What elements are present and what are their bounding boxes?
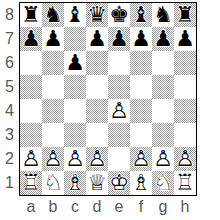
square-f6[interactable] — [130, 51, 152, 75]
file-label-c: c — [64, 198, 86, 216]
square-c5[interactable] — [64, 75, 86, 99]
square-a4[interactable] — [20, 99, 42, 123]
square-h5[interactable] — [174, 75, 196, 99]
square-g1[interactable]: ♞♘ — [152, 171, 174, 195]
square-h2[interactable]: ♟♙ — [174, 147, 196, 171]
white-bishop: ♝♗ — [65, 172, 85, 194]
rank-label-1: 1 — [0, 171, 17, 195]
square-e6[interactable] — [108, 51, 130, 75]
square-f2[interactable]: ♟♙ — [130, 147, 152, 171]
square-c7[interactable] — [64, 27, 86, 51]
black-king: ♚ — [109, 4, 129, 26]
square-f5[interactable] — [130, 75, 152, 99]
square-h8[interactable]: ♜ — [174, 3, 196, 27]
rank-labels: 87654321 — [0, 3, 17, 195]
white-rook: ♜♖ — [21, 172, 41, 194]
square-g8[interactable]: ♞ — [152, 3, 174, 27]
rank-label-4: 4 — [0, 99, 17, 123]
chess-board-diagram: 87654321 ♜♞♝♛♚♝♞♜♟♟♟♟♟♟♟♟♟♙♟♙♟♙♟♙♟♙♟♙♟♙♟… — [0, 0, 220, 220]
file-label-f: f — [130, 198, 152, 216]
square-b6[interactable] — [42, 51, 64, 75]
square-b1[interactable]: ♞♘ — [42, 171, 64, 195]
square-d8[interactable]: ♛ — [86, 3, 108, 27]
square-h4[interactable] — [174, 99, 196, 123]
square-d5[interactable] — [86, 75, 108, 99]
square-c2[interactable]: ♟♙ — [64, 147, 86, 171]
square-f1[interactable]: ♝♗ — [130, 171, 152, 195]
rank-label-7: 7 — [0, 27, 17, 51]
square-f3[interactable] — [130, 123, 152, 147]
square-f8[interactable]: ♝ — [130, 3, 152, 27]
rank-label-3: 3 — [0, 123, 17, 147]
white-queen: ♛♕ — [87, 172, 107, 194]
white-knight: ♞♘ — [153, 172, 173, 194]
square-b2[interactable]: ♟♙ — [42, 147, 64, 171]
white-pawn: ♟♙ — [131, 148, 151, 170]
black-pawn: ♟ — [109, 28, 129, 50]
rank-label-2: 2 — [0, 147, 17, 171]
white-pawn: ♟♙ — [43, 148, 63, 170]
file-label-d: d — [86, 198, 108, 216]
square-a3[interactable] — [20, 123, 42, 147]
square-a8[interactable]: ♜ — [20, 3, 42, 27]
black-queen: ♛ — [87, 4, 107, 26]
square-b8[interactable]: ♞ — [42, 3, 64, 27]
square-f4[interactable] — [130, 99, 152, 123]
black-pawn: ♟ — [87, 28, 107, 50]
square-g5[interactable] — [152, 75, 174, 99]
black-rook: ♜ — [21, 4, 41, 26]
white-pawn: ♟♙ — [175, 148, 195, 170]
square-a6[interactable] — [20, 51, 42, 75]
rank-label-5: 5 — [0, 75, 17, 99]
square-d3[interactable] — [86, 123, 108, 147]
white-knight: ♞♘ — [43, 172, 63, 194]
black-knight: ♞ — [153, 4, 173, 26]
rank-label-6: 6 — [0, 51, 17, 75]
chess-board: ♜♞♝♛♚♝♞♜♟♟♟♟♟♟♟♟♟♙♟♙♟♙♟♙♟♙♟♙♟♙♟♙♜♖♞♘♝♗♛♕… — [19, 2, 197, 196]
square-h1[interactable]: ♜♖ — [174, 171, 196, 195]
square-e5[interactable] — [108, 75, 130, 99]
black-pawn: ♟ — [65, 52, 85, 74]
square-a7[interactable]: ♟ — [20, 27, 42, 51]
white-bishop: ♝♗ — [131, 172, 151, 194]
square-d1[interactable]: ♛♕ — [86, 171, 108, 195]
file-label-a: a — [20, 198, 42, 216]
file-labels: abcdefgh — [20, 198, 196, 216]
white-pawn: ♟♙ — [65, 148, 85, 170]
black-pawn: ♟ — [43, 28, 63, 50]
square-e2[interactable] — [108, 147, 130, 171]
square-c1[interactable]: ♝♗ — [64, 171, 86, 195]
black-knight: ♞ — [43, 4, 63, 26]
square-b5[interactable] — [42, 75, 64, 99]
square-d4[interactable] — [86, 99, 108, 123]
black-rook: ♜ — [175, 4, 195, 26]
square-g6[interactable] — [152, 51, 174, 75]
white-rook: ♜♖ — [175, 172, 195, 194]
black-pawn: ♟ — [131, 28, 151, 50]
square-g3[interactable] — [152, 123, 174, 147]
square-a1[interactable]: ♜♖ — [20, 171, 42, 195]
square-c8[interactable]: ♝ — [64, 3, 86, 27]
black-pawn: ♟ — [153, 28, 173, 50]
white-king: ♚♔ — [109, 172, 129, 194]
square-c4[interactable] — [64, 99, 86, 123]
square-c3[interactable] — [64, 123, 86, 147]
square-e1[interactable]: ♚♔ — [108, 171, 130, 195]
file-label-h: h — [174, 198, 196, 216]
square-e4[interactable]: ♟♙ — [108, 99, 130, 123]
file-label-g: g — [152, 198, 174, 216]
square-a2[interactable]: ♟♙ — [20, 147, 42, 171]
black-bishop: ♝ — [131, 4, 151, 26]
square-e7[interactable]: ♟ — [108, 27, 130, 51]
square-c6[interactable]: ♟ — [64, 51, 86, 75]
square-h7[interactable]: ♟ — [174, 27, 196, 51]
square-e8[interactable]: ♚ — [108, 3, 130, 27]
rank-label-8: 8 — [0, 3, 17, 27]
black-pawn: ♟ — [21, 28, 41, 50]
square-h6[interactable] — [174, 51, 196, 75]
square-e3[interactable] — [108, 123, 130, 147]
square-d6[interactable] — [86, 51, 108, 75]
square-b4[interactable] — [42, 99, 64, 123]
white-pawn: ♟♙ — [21, 148, 41, 170]
black-bishop: ♝ — [65, 4, 85, 26]
square-g2[interactable]: ♟♙ — [152, 147, 174, 171]
square-a5[interactable] — [20, 75, 42, 99]
square-b7[interactable]: ♟ — [42, 27, 64, 51]
white-pawn: ♟♙ — [153, 148, 173, 170]
white-pawn: ♟♙ — [87, 148, 107, 170]
square-b3[interactable] — [42, 123, 64, 147]
square-g7[interactable]: ♟ — [152, 27, 174, 51]
square-h3[interactable] — [174, 123, 196, 147]
square-g4[interactable] — [152, 99, 174, 123]
square-f7[interactable]: ♟ — [130, 27, 152, 51]
file-label-b: b — [42, 198, 64, 216]
white-pawn: ♟♙ — [109, 100, 129, 122]
black-pawn: ♟ — [175, 28, 195, 50]
square-d7[interactable]: ♟ — [86, 27, 108, 51]
square-d2[interactable]: ♟♙ — [86, 147, 108, 171]
file-label-e: e — [108, 198, 130, 216]
